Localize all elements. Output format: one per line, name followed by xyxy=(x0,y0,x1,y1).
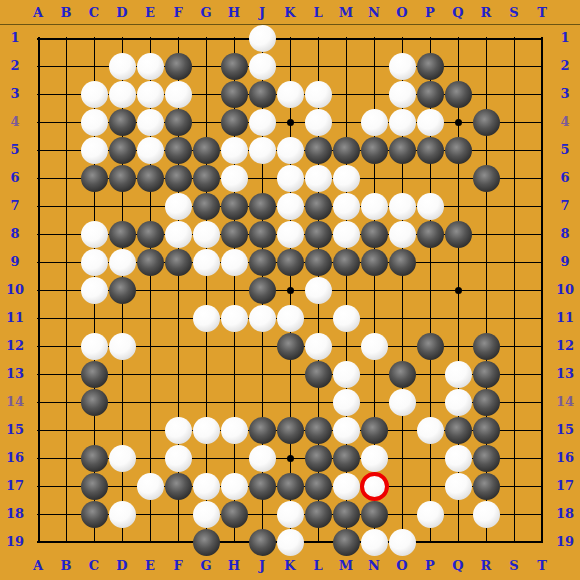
stone-white-N16 xyxy=(361,445,388,472)
col-label-top-M: M xyxy=(336,5,356,21)
stone-black-C6 xyxy=(81,165,108,192)
col-label-top-D: D xyxy=(112,5,132,21)
stone-black-J9 xyxy=(249,249,276,276)
row-label-left-12: 12 xyxy=(2,338,28,354)
col-label-top-E: E xyxy=(140,5,160,21)
stone-black-J8 xyxy=(249,221,276,248)
col-label-top-F: F xyxy=(168,5,188,21)
star-point-Q4 xyxy=(455,119,462,126)
stone-black-K9 xyxy=(277,249,304,276)
stone-black-R17 xyxy=(473,473,500,500)
col-label-bottom-D: D xyxy=(112,558,132,574)
stone-white-F15 xyxy=(165,417,192,444)
stone-white-P18 xyxy=(417,501,444,528)
row-label-right-1: 1 xyxy=(552,30,578,46)
stone-black-K15 xyxy=(277,417,304,444)
stone-white-K8 xyxy=(277,221,304,248)
col-label-top-L: L xyxy=(308,5,328,21)
stone-white-O3 xyxy=(389,81,416,108)
stone-white-J5 xyxy=(249,137,276,164)
stone-black-J19 xyxy=(249,529,276,556)
stone-white-P15 xyxy=(417,417,444,444)
star-point-K16 xyxy=(287,455,294,462)
stone-black-N15 xyxy=(361,417,388,444)
go-board[interactable]: AA11BB22CC33DD44EE55FF66GG77HH88JJ99KK10… xyxy=(0,0,580,580)
col-label-bottom-S: S xyxy=(504,558,524,574)
col-label-top-B: B xyxy=(56,5,76,21)
stone-black-N8 xyxy=(361,221,388,248)
grid-line-v-T xyxy=(541,37,543,543)
stone-white-O2 xyxy=(389,53,416,80)
stone-black-L16 xyxy=(305,445,332,472)
row-label-right-9: 9 xyxy=(552,254,578,270)
row-label-left-14: 14 xyxy=(2,394,28,410)
stone-black-F6 xyxy=(165,165,192,192)
panel-top-edge xyxy=(0,24,580,25)
col-label-top-N: N xyxy=(364,5,384,21)
stone-black-M5 xyxy=(333,137,360,164)
stone-black-L18 xyxy=(305,501,332,528)
col-label-bottom-J: J xyxy=(252,558,272,574)
row-label-right-8: 8 xyxy=(552,226,578,242)
stone-white-P7 xyxy=(417,193,444,220)
stone-black-Q15 xyxy=(445,417,472,444)
stone-black-P12 xyxy=(417,333,444,360)
stone-white-D2 xyxy=(109,53,136,80)
stone-black-D6 xyxy=(109,165,136,192)
col-label-bottom-B: B xyxy=(56,558,76,574)
col-label-bottom-P: P xyxy=(420,558,440,574)
row-label-right-16: 16 xyxy=(552,450,578,466)
col-label-top-T: T xyxy=(532,5,552,21)
stone-black-D8 xyxy=(109,221,136,248)
stone-white-M13 xyxy=(333,361,360,388)
stone-white-M11 xyxy=(333,305,360,332)
stone-black-J7 xyxy=(249,193,276,220)
stone-black-J15 xyxy=(249,417,276,444)
stone-white-G8 xyxy=(193,221,220,248)
stone-white-E3 xyxy=(137,81,164,108)
row-label-right-5: 5 xyxy=(552,142,578,158)
stone-white-C4 xyxy=(81,109,108,136)
stone-white-D12 xyxy=(109,333,136,360)
row-label-left-10: 10 xyxy=(2,282,28,298)
stone-white-F3 xyxy=(165,81,192,108)
stone-black-N18 xyxy=(361,501,388,528)
stone-black-H2 xyxy=(221,53,248,80)
row-label-right-7: 7 xyxy=(552,198,578,214)
stone-black-L5 xyxy=(305,137,332,164)
row-label-left-1: 1 xyxy=(2,30,28,46)
stone-black-J17 xyxy=(249,473,276,500)
stone-white-L10 xyxy=(305,277,332,304)
stone-white-M17 xyxy=(333,473,360,500)
stone-white-N7 xyxy=(361,193,388,220)
stone-white-F16 xyxy=(165,445,192,472)
stone-black-R4 xyxy=(473,109,500,136)
stone-white-F7 xyxy=(165,193,192,220)
row-label-left-2: 2 xyxy=(2,58,28,74)
col-label-bottom-A: A xyxy=(28,558,48,574)
stone-white-N12 xyxy=(361,333,388,360)
col-label-bottom-T: T xyxy=(532,558,552,574)
stone-black-O5 xyxy=(389,137,416,164)
col-label-bottom-F: F xyxy=(168,558,188,574)
col-label-top-J: J xyxy=(252,5,272,21)
stone-black-L17 xyxy=(305,473,332,500)
col-label-top-G: G xyxy=(196,5,216,21)
stone-black-R16 xyxy=(473,445,500,472)
stone-black-P3 xyxy=(417,81,444,108)
stone-white-N17-last-move xyxy=(360,472,389,501)
stone-white-E4 xyxy=(137,109,164,136)
row-label-left-15: 15 xyxy=(2,422,28,438)
stone-white-G17 xyxy=(193,473,220,500)
stone-white-L3 xyxy=(305,81,332,108)
stone-black-R14 xyxy=(473,389,500,416)
stone-black-L9 xyxy=(305,249,332,276)
stone-black-R13 xyxy=(473,361,500,388)
col-label-top-Q: Q xyxy=(448,5,468,21)
stone-black-M9 xyxy=(333,249,360,276)
stone-white-C3 xyxy=(81,81,108,108)
stone-white-G15 xyxy=(193,417,220,444)
stone-white-J1 xyxy=(249,25,276,52)
stone-white-F8 xyxy=(165,221,192,248)
stone-white-D16 xyxy=(109,445,136,472)
stone-black-G19 xyxy=(193,529,220,556)
stone-black-D5 xyxy=(109,137,136,164)
col-label-bottom-L: L xyxy=(308,558,328,574)
stone-black-P8 xyxy=(417,221,444,248)
stone-black-G5 xyxy=(193,137,220,164)
stone-white-K6 xyxy=(277,165,304,192)
stone-black-M16 xyxy=(333,445,360,472)
stone-black-F17 xyxy=(165,473,192,500)
stone-black-K17 xyxy=(277,473,304,500)
stone-black-K12 xyxy=(277,333,304,360)
stone-black-L13 xyxy=(305,361,332,388)
col-label-bottom-M: M xyxy=(336,558,356,574)
col-label-bottom-E: E xyxy=(140,558,160,574)
stone-black-C14 xyxy=(81,389,108,416)
stone-white-O19 xyxy=(389,529,416,556)
col-label-bottom-O: O xyxy=(392,558,412,574)
stone-white-H5 xyxy=(221,137,248,164)
star-point-Q10 xyxy=(455,287,462,294)
row-label-right-11: 11 xyxy=(552,310,578,326)
stone-white-E5 xyxy=(137,137,164,164)
stone-black-H8 xyxy=(221,221,248,248)
stone-black-R12 xyxy=(473,333,500,360)
stone-black-O9 xyxy=(389,249,416,276)
col-label-bottom-G: G xyxy=(196,558,216,574)
stone-black-Q3 xyxy=(445,81,472,108)
stone-black-F2 xyxy=(165,53,192,80)
stone-black-D10 xyxy=(109,277,136,304)
row-label-right-19: 19 xyxy=(552,534,578,550)
stone-white-C12 xyxy=(81,333,108,360)
stone-black-J10 xyxy=(249,277,276,304)
row-label-right-3: 3 xyxy=(552,86,578,102)
stone-white-N19 xyxy=(361,529,388,556)
stone-black-R15 xyxy=(473,417,500,444)
stone-white-G11 xyxy=(193,305,220,332)
row-label-left-4: 4 xyxy=(2,114,28,130)
stone-black-E8 xyxy=(137,221,164,248)
stone-black-O13 xyxy=(389,361,416,388)
row-label-right-13: 13 xyxy=(552,366,578,382)
stone-white-M14 xyxy=(333,389,360,416)
stone-white-C5 xyxy=(81,137,108,164)
stone-black-R6 xyxy=(473,165,500,192)
col-label-bottom-N: N xyxy=(364,558,384,574)
grid-line-v-S xyxy=(514,37,515,543)
stone-white-O14 xyxy=(389,389,416,416)
stone-white-P4 xyxy=(417,109,444,136)
stone-white-M6 xyxy=(333,165,360,192)
stone-white-R18 xyxy=(473,501,500,528)
col-label-bottom-R: R xyxy=(476,558,496,574)
stone-black-Q5 xyxy=(445,137,472,164)
row-label-left-13: 13 xyxy=(2,366,28,382)
row-label-left-6: 6 xyxy=(2,170,28,186)
stone-black-G7 xyxy=(193,193,220,220)
stone-black-E6 xyxy=(137,165,164,192)
col-label-top-S: S xyxy=(504,5,524,21)
stone-white-Q13 xyxy=(445,361,472,388)
col-label-top-A: A xyxy=(28,5,48,21)
col-label-bottom-C: C xyxy=(84,558,104,574)
stone-white-D3 xyxy=(109,81,136,108)
stone-white-Q16 xyxy=(445,445,472,472)
row-label-left-8: 8 xyxy=(2,226,28,242)
stone-white-K3 xyxy=(277,81,304,108)
stone-white-M8 xyxy=(333,221,360,248)
stone-white-J4 xyxy=(249,109,276,136)
stone-black-H4 xyxy=(221,109,248,136)
row-label-left-16: 16 xyxy=(2,450,28,466)
stone-white-D9 xyxy=(109,249,136,276)
col-label-top-C: C xyxy=(84,5,104,21)
stone-black-J3 xyxy=(249,81,276,108)
stone-white-G18 xyxy=(193,501,220,528)
row-label-right-12: 12 xyxy=(552,338,578,354)
stone-white-J11 xyxy=(249,305,276,332)
col-label-top-H: H xyxy=(224,5,244,21)
stone-black-P5 xyxy=(417,137,444,164)
stone-white-O7 xyxy=(389,193,416,220)
row-label-left-7: 7 xyxy=(2,198,28,214)
col-label-top-P: P xyxy=(420,5,440,21)
stone-white-C8 xyxy=(81,221,108,248)
row-label-right-10: 10 xyxy=(552,282,578,298)
stone-white-E2 xyxy=(137,53,164,80)
stone-white-M15 xyxy=(333,417,360,444)
col-label-top-O: O xyxy=(392,5,412,21)
stone-black-N9 xyxy=(361,249,388,276)
stone-black-M18 xyxy=(333,501,360,528)
stone-black-H18 xyxy=(221,501,248,528)
stone-black-C18 xyxy=(81,501,108,528)
row-label-left-19: 19 xyxy=(2,534,28,550)
row-label-right-6: 6 xyxy=(552,170,578,186)
stone-white-C10 xyxy=(81,277,108,304)
stone-white-K11 xyxy=(277,305,304,332)
row-label-left-9: 9 xyxy=(2,254,28,270)
col-label-top-K: K xyxy=(280,5,300,21)
star-point-K10 xyxy=(287,287,294,294)
col-label-bottom-Q: Q xyxy=(448,558,468,574)
col-label-bottom-K: K xyxy=(280,558,300,574)
stone-black-Q8 xyxy=(445,221,472,248)
row-label-left-11: 11 xyxy=(2,310,28,326)
stone-white-K19 xyxy=(277,529,304,556)
stone-white-Q17 xyxy=(445,473,472,500)
stone-black-M19 xyxy=(333,529,360,556)
stone-white-M7 xyxy=(333,193,360,220)
stone-black-F5 xyxy=(165,137,192,164)
stone-white-O4 xyxy=(389,109,416,136)
stone-white-K5 xyxy=(277,137,304,164)
stone-black-L15 xyxy=(305,417,332,444)
stone-black-G6 xyxy=(193,165,220,192)
stone-white-K18 xyxy=(277,501,304,528)
row-label-right-18: 18 xyxy=(552,506,578,522)
stone-black-H3 xyxy=(221,81,248,108)
stone-white-H9 xyxy=(221,249,248,276)
stone-white-D18 xyxy=(109,501,136,528)
star-point-K4 xyxy=(287,119,294,126)
stone-white-H17 xyxy=(221,473,248,500)
stone-white-J16 xyxy=(249,445,276,472)
stone-white-J2 xyxy=(249,53,276,80)
stone-white-H15 xyxy=(221,417,248,444)
col-label-top-R: R xyxy=(476,5,496,21)
row-label-left-3: 3 xyxy=(2,86,28,102)
stone-black-C13 xyxy=(81,361,108,388)
stone-white-N4 xyxy=(361,109,388,136)
stone-black-L7 xyxy=(305,193,332,220)
stone-white-L6 xyxy=(305,165,332,192)
stone-black-P2 xyxy=(417,53,444,80)
row-label-right-4: 4 xyxy=(552,114,578,130)
row-label-right-17: 17 xyxy=(552,478,578,494)
row-label-right-2: 2 xyxy=(552,58,578,74)
row-label-right-15: 15 xyxy=(552,422,578,438)
stone-white-O8 xyxy=(389,221,416,248)
stone-black-E9 xyxy=(137,249,164,276)
stone-black-F4 xyxy=(165,109,192,136)
stone-white-C9 xyxy=(81,249,108,276)
stone-white-L12 xyxy=(305,333,332,360)
stone-black-F9 xyxy=(165,249,192,276)
stone-white-E17 xyxy=(137,473,164,500)
stone-black-C17 xyxy=(81,473,108,500)
stone-black-N5 xyxy=(361,137,388,164)
row-label-left-18: 18 xyxy=(2,506,28,522)
stone-black-D4 xyxy=(109,109,136,136)
row-label-left-17: 17 xyxy=(2,478,28,494)
stone-white-H6 xyxy=(221,165,248,192)
stone-black-H7 xyxy=(221,193,248,220)
col-label-bottom-H: H xyxy=(224,558,244,574)
stone-white-L4 xyxy=(305,109,332,136)
row-label-left-5: 5 xyxy=(2,142,28,158)
stone-white-K7 xyxy=(277,193,304,220)
row-label-right-14: 14 xyxy=(552,394,578,410)
stone-white-H11 xyxy=(221,305,248,332)
stone-black-C16 xyxy=(81,445,108,472)
stone-white-Q14 xyxy=(445,389,472,416)
stone-white-G9 xyxy=(193,249,220,276)
stone-black-L8 xyxy=(305,221,332,248)
